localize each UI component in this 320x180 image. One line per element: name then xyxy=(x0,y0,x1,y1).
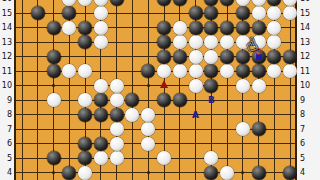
black-stone[interactable] xyxy=(189,21,203,35)
white-stone[interactable] xyxy=(157,64,171,78)
white-stone[interactable] xyxy=(252,79,266,93)
black-stone[interactable] xyxy=(220,21,234,35)
row-label-13-left: 13 xyxy=(0,38,12,47)
row-label-9-left: 9 xyxy=(0,96,12,105)
black-stone[interactable] xyxy=(78,35,92,49)
black-stone[interactable] xyxy=(157,21,171,35)
row-label-9-right: 9 xyxy=(300,96,316,105)
black-stone[interactable] xyxy=(47,21,61,35)
row-label-7-right: 7 xyxy=(300,125,316,134)
white-stone[interactable] xyxy=(62,21,76,35)
white-stone[interactable] xyxy=(204,50,218,64)
black-stone[interactable] xyxy=(204,79,218,93)
white-stone[interactable] xyxy=(141,108,155,122)
cursor-red-swirl-icon xyxy=(255,48,262,55)
white-stone[interactable] xyxy=(78,166,92,180)
black-stone[interactable] xyxy=(78,137,92,151)
row-label-10-right: 10 xyxy=(300,81,316,90)
go-client-window: AB 1616151514141313121211111010998877665… xyxy=(0,0,320,180)
white-stone[interactable] xyxy=(252,6,266,20)
white-stone[interactable] xyxy=(94,79,108,93)
black-stone[interactable] xyxy=(236,64,250,78)
white-stone[interactable] xyxy=(94,6,108,20)
black-stone[interactable] xyxy=(47,64,61,78)
black-stone[interactable] xyxy=(157,35,171,49)
white-stone[interactable] xyxy=(94,21,108,35)
row-label-15-right: 15 xyxy=(300,9,316,18)
row-label-4-right: 4 xyxy=(300,168,316,177)
row-label-8-left: 8 xyxy=(0,110,12,119)
black-stone[interactable] xyxy=(236,21,250,35)
black-stone[interactable] xyxy=(252,122,266,136)
white-stone[interactable] xyxy=(78,64,92,78)
white-stone[interactable] xyxy=(189,35,203,49)
white-stone[interactable] xyxy=(110,79,124,93)
white-stone[interactable] xyxy=(236,122,250,136)
white-stone[interactable] xyxy=(220,166,234,180)
black-stone[interactable] xyxy=(110,108,124,122)
white-stone[interactable] xyxy=(236,79,250,93)
black-stone[interactable] xyxy=(94,108,108,122)
row-label-16-left: 16 xyxy=(0,0,12,3)
white-stone[interactable] xyxy=(189,64,203,78)
black-stone[interactable] xyxy=(173,50,187,64)
variation-letter-b[interactable]: B xyxy=(206,95,216,105)
hoshi-point xyxy=(147,171,150,174)
row-label-14-right: 14 xyxy=(300,23,316,32)
black-stone[interactable] xyxy=(31,6,45,20)
triangle-marker xyxy=(160,80,168,88)
white-stone[interactable] xyxy=(94,151,108,165)
white-stone[interactable] xyxy=(125,108,139,122)
black-stone[interactable] xyxy=(78,21,92,35)
row-label-5-left: 5 xyxy=(0,154,12,163)
black-stone[interactable] xyxy=(236,6,250,20)
grid-line-horizontal xyxy=(16,143,295,144)
row-label-11-right: 11 xyxy=(300,67,316,76)
black-stone[interactable] xyxy=(252,21,266,35)
grid-line-horizontal xyxy=(16,114,295,115)
variation-letter-a[interactable]: A xyxy=(191,110,201,120)
black-stone[interactable] xyxy=(204,166,218,180)
row-label-4-left: 4 xyxy=(0,168,12,177)
white-stone[interactable] xyxy=(47,93,61,107)
white-stone[interactable] xyxy=(110,93,124,107)
white-stone[interactable] xyxy=(189,79,203,93)
row-label-7-left: 7 xyxy=(0,125,12,134)
black-stone[interactable] xyxy=(283,50,297,64)
white-stone[interactable] xyxy=(78,93,92,107)
black-stone[interactable] xyxy=(252,64,266,78)
black-stone[interactable] xyxy=(47,50,61,64)
row-label-11-left: 11 xyxy=(0,67,12,76)
row-label-16-right: 16 xyxy=(300,0,316,3)
white-stone[interactable] xyxy=(173,64,187,78)
row-label-8-right: 8 xyxy=(300,110,316,119)
black-stone[interactable] xyxy=(157,93,171,107)
black-stone[interactable] xyxy=(62,166,76,180)
black-stone[interactable] xyxy=(252,166,266,180)
black-stone[interactable] xyxy=(267,50,281,64)
row-label-14-left: 14 xyxy=(0,23,12,32)
black-stone[interactable] xyxy=(94,137,108,151)
white-stone[interactable] xyxy=(94,35,108,49)
white-stone[interactable] xyxy=(173,35,187,49)
row-label-5-right: 5 xyxy=(300,154,316,163)
white-stone[interactable] xyxy=(110,137,124,151)
white-stone[interactable] xyxy=(110,151,124,165)
black-stone[interactable] xyxy=(283,166,297,180)
black-stone[interactable] xyxy=(78,151,92,165)
row-label-15-left: 15 xyxy=(0,9,12,18)
black-stone[interactable] xyxy=(157,50,171,64)
row-label-12-left: 12 xyxy=(0,52,12,61)
black-stone[interactable] xyxy=(173,93,187,107)
white-stone[interactable] xyxy=(157,151,171,165)
row-label-12-right: 12 xyxy=(300,52,316,61)
white-stone[interactable] xyxy=(189,50,203,64)
black-stone[interactable] xyxy=(94,93,108,107)
row-label-6-left: 6 xyxy=(0,139,12,148)
white-stone[interactable] xyxy=(141,137,155,151)
row-label-6-right: 6 xyxy=(300,139,316,148)
white-stone[interactable] xyxy=(110,122,124,136)
black-stone[interactable] xyxy=(204,21,218,35)
row-label-13-right: 13 xyxy=(300,38,316,47)
black-stone[interactable] xyxy=(220,50,234,64)
white-stone[interactable] xyxy=(173,21,187,35)
black-stone[interactable] xyxy=(47,151,61,165)
black-stone[interactable] xyxy=(78,108,92,122)
row-label-10-left: 10 xyxy=(0,81,12,90)
white-stone[interactable] xyxy=(267,21,281,35)
hoshi-point xyxy=(147,84,150,87)
black-stone[interactable] xyxy=(189,6,203,20)
